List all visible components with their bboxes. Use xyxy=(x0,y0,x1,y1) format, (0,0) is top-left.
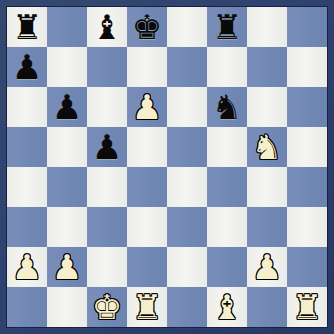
black-pawn-piece[interactable]: ♟ xyxy=(92,127,122,167)
square-e7[interactable] xyxy=(167,47,207,87)
square-c5[interactable]: ♟ xyxy=(87,127,127,167)
square-b2[interactable]: ♟ xyxy=(47,247,87,287)
square-d6[interactable]: ♟ xyxy=(127,87,167,127)
chess-board: ♜♝♚♜♟♟♟♞♟♞♟♟♟♚♜♝♜ xyxy=(0,0,334,334)
square-a4[interactable] xyxy=(7,167,47,207)
black-pawn-piece[interactable]: ♟ xyxy=(12,47,42,87)
square-h1[interactable]: ♜ xyxy=(287,287,327,327)
square-e6[interactable] xyxy=(167,87,207,127)
white-pawn-piece[interactable]: ♟ xyxy=(12,247,42,287)
white-king-piece[interactable]: ♚ xyxy=(92,287,122,327)
white-pawn-piece[interactable]: ♟ xyxy=(252,247,282,287)
square-b6[interactable]: ♟ xyxy=(47,87,87,127)
square-d8[interactable]: ♚ xyxy=(127,7,167,47)
square-e3[interactable] xyxy=(167,207,207,247)
square-a6[interactable] xyxy=(7,87,47,127)
square-g3[interactable] xyxy=(247,207,287,247)
square-h2[interactable] xyxy=(287,247,327,287)
square-c3[interactable] xyxy=(87,207,127,247)
square-h4[interactable] xyxy=(287,167,327,207)
square-a5[interactable] xyxy=(7,127,47,167)
square-g2[interactable]: ♟ xyxy=(247,247,287,287)
white-rook-piece[interactable]: ♜ xyxy=(132,287,162,327)
square-e2[interactable] xyxy=(167,247,207,287)
square-h5[interactable] xyxy=(287,127,327,167)
square-d4[interactable] xyxy=(127,167,167,207)
square-a8[interactable]: ♜ xyxy=(7,7,47,47)
square-d2[interactable] xyxy=(127,247,167,287)
square-h6[interactable] xyxy=(287,87,327,127)
square-b4[interactable] xyxy=(47,167,87,207)
black-king-piece[interactable]: ♚ xyxy=(132,7,162,47)
black-rook-piece[interactable]: ♜ xyxy=(12,7,42,47)
square-g8[interactable] xyxy=(247,7,287,47)
black-knight-piece[interactable]: ♞ xyxy=(212,87,242,127)
square-e1[interactable] xyxy=(167,287,207,327)
square-f1[interactable]: ♝ xyxy=(207,287,247,327)
square-c4[interactable] xyxy=(87,167,127,207)
square-g7[interactable] xyxy=(247,47,287,87)
white-rook-piece[interactable]: ♜ xyxy=(292,287,322,327)
square-f3[interactable] xyxy=(207,207,247,247)
square-f4[interactable] xyxy=(207,167,247,207)
square-a2[interactable]: ♟ xyxy=(7,247,47,287)
square-a1[interactable] xyxy=(7,287,47,327)
square-a7[interactable]: ♟ xyxy=(7,47,47,87)
square-c7[interactable] xyxy=(87,47,127,87)
square-g5[interactable]: ♞ xyxy=(247,127,287,167)
square-e4[interactable] xyxy=(167,167,207,207)
square-d1[interactable]: ♜ xyxy=(127,287,167,327)
square-h8[interactable] xyxy=(287,7,327,47)
square-e5[interactable] xyxy=(167,127,207,167)
square-d3[interactable] xyxy=(127,207,167,247)
square-g6[interactable] xyxy=(247,87,287,127)
square-f8[interactable]: ♜ xyxy=(207,7,247,47)
square-h7[interactable] xyxy=(287,47,327,87)
square-f2[interactable] xyxy=(207,247,247,287)
square-e8[interactable] xyxy=(167,7,207,47)
square-d7[interactable] xyxy=(127,47,167,87)
board-grid: ♜♝♚♜♟♟♟♞♟♞♟♟♟♚♜♝♜ xyxy=(6,6,328,328)
square-c1[interactable]: ♚ xyxy=(87,287,127,327)
square-f5[interactable] xyxy=(207,127,247,167)
square-b7[interactable] xyxy=(47,47,87,87)
white-pawn-piece[interactable]: ♟ xyxy=(132,87,162,127)
square-b1[interactable] xyxy=(47,287,87,327)
white-pawn-piece[interactable]: ♟ xyxy=(52,247,82,287)
black-rook-piece[interactable]: ♜ xyxy=(212,7,242,47)
square-c8[interactable]: ♝ xyxy=(87,7,127,47)
black-bishop-piece[interactable]: ♝ xyxy=(92,7,122,47)
square-b5[interactable] xyxy=(47,127,87,167)
square-f7[interactable] xyxy=(207,47,247,87)
square-c6[interactable] xyxy=(87,87,127,127)
square-d5[interactable] xyxy=(127,127,167,167)
square-g1[interactable] xyxy=(247,287,287,327)
black-pawn-piece[interactable]: ♟ xyxy=(52,87,82,127)
square-b8[interactable] xyxy=(47,7,87,47)
white-knight-piece[interactable]: ♞ xyxy=(252,127,282,167)
white-bishop-piece[interactable]: ♝ xyxy=(212,287,242,327)
square-f6[interactable]: ♞ xyxy=(207,87,247,127)
square-g4[interactable] xyxy=(247,167,287,207)
square-a3[interactable] xyxy=(7,207,47,247)
square-b3[interactable] xyxy=(47,207,87,247)
square-h3[interactable] xyxy=(287,207,327,247)
square-c2[interactable] xyxy=(87,247,127,287)
